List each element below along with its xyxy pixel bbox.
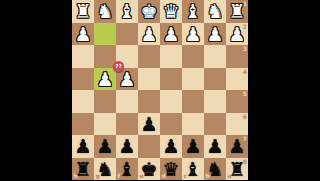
square-f6[interactable] [116, 113, 138, 136]
file-label-a: a [228, 173, 232, 179]
letterbox-left [0, 0, 72, 180]
white-rook[interactable]: ♜ [72, 0, 94, 23]
white-knight[interactable]: ♞ [204, 0, 226, 23]
square-c6[interactable] [182, 113, 204, 136]
square-a7[interactable]: ♟7 [226, 135, 248, 158]
blunder-annotation-badge: ?? [113, 61, 124, 72]
square-e6[interactable]: ♟ [138, 113, 160, 136]
square-b4[interactable] [204, 68, 226, 91]
white-knight[interactable]: ♞ [94, 0, 116, 23]
square-d4[interactable] [160, 68, 182, 91]
white-king[interactable]: ♚ [138, 0, 160, 23]
black-pawn[interactable]: ♟ [182, 135, 204, 158]
white-pawn[interactable]: ♟ [182, 23, 204, 46]
black-pawn[interactable]: ♟ [138, 113, 160, 136]
square-c8[interactable]: ♝c [182, 158, 204, 181]
square-b8[interactable]: ♞b [204, 158, 226, 181]
square-f1[interactable]: ♝ [116, 0, 138, 23]
square-g2[interactable] [94, 23, 116, 46]
white-pawn[interactable]: ♟ [72, 23, 94, 46]
square-e4[interactable] [138, 68, 160, 91]
square-b5[interactable] [204, 90, 226, 113]
file-label-h: h [74, 173, 78, 179]
chess-board[interactable]: ?? ♜♞♝♚♛♝♞♜1♟♟♟♟♟♟23♟♟45♟6♟♟♟♟♟♟♟7♜h♞g♝f… [72, 0, 248, 180]
square-b6[interactable] [204, 113, 226, 136]
square-e3[interactable] [138, 45, 160, 68]
square-d2[interactable]: ♟ [160, 23, 182, 46]
file-label-b: b [206, 173, 210, 179]
square-a3[interactable]: 3 [226, 45, 248, 68]
square-b3[interactable] [204, 45, 226, 68]
square-a1[interactable]: ♜1 [226, 0, 248, 23]
letterbox-right [248, 0, 320, 180]
square-h7[interactable]: ♟ [72, 135, 94, 158]
file-label-c: c [184, 173, 188, 179]
square-c7[interactable]: ♟ [182, 135, 204, 158]
rank-label-1: 1 [243, 1, 247, 7]
black-pawn[interactable]: ♟ [116, 135, 138, 158]
square-e5[interactable] [138, 90, 160, 113]
black-pawn[interactable]: ♟ [160, 135, 182, 158]
black-pawn[interactable]: ♟ [204, 135, 226, 158]
square-g5[interactable] [94, 90, 116, 113]
rank-label-5: 5 [243, 91, 247, 97]
square-g7[interactable]: ♟ [94, 135, 116, 158]
file-label-e: e [140, 173, 144, 179]
square-c4[interactable] [182, 68, 204, 91]
square-c1[interactable]: ♝ [182, 0, 204, 23]
square-c2[interactable]: ♟ [182, 23, 204, 46]
square-d1[interactable]: ♛ [160, 0, 182, 23]
square-g4[interactable]: ♟ [94, 68, 116, 91]
square-h5[interactable] [72, 90, 94, 113]
white-bishop[interactable]: ♝ [182, 0, 204, 23]
square-g8[interactable]: ♞g [94, 158, 116, 181]
square-a6[interactable]: 6 [226, 113, 248, 136]
square-h2[interactable]: ♟ [72, 23, 94, 46]
square-a5[interactable]: 5 [226, 90, 248, 113]
square-f7[interactable]: ♟ [116, 135, 138, 158]
square-c3[interactable] [182, 45, 204, 68]
rank-label-8: 8 [243, 159, 247, 165]
square-c5[interactable] [182, 90, 204, 113]
square-d3[interactable] [160, 45, 182, 68]
rank-label-2: 2 [243, 24, 247, 30]
rank-label-4: 4 [243, 69, 247, 75]
square-e7[interactable] [138, 135, 160, 158]
white-queen[interactable]: ♛ [160, 0, 182, 23]
white-pawn[interactable]: ♟ [138, 23, 160, 46]
square-e1[interactable]: ♚ [138, 0, 160, 23]
rank-label-3: 3 [243, 46, 247, 52]
file-label-d: d [162, 173, 166, 179]
square-h1[interactable]: ♜ [72, 0, 94, 23]
black-pawn[interactable]: ♟ [94, 135, 116, 158]
square-f2[interactable] [116, 23, 138, 46]
square-d5[interactable] [160, 90, 182, 113]
square-g1[interactable]: ♞ [94, 0, 116, 23]
square-b2[interactable]: ♟ [204, 23, 226, 46]
square-d7[interactable]: ♟ [160, 135, 182, 158]
rank-label-7: 7 [243, 136, 247, 142]
white-bishop[interactable]: ♝ [116, 0, 138, 23]
rank-label-6: 6 [243, 114, 247, 120]
square-h6[interactable] [72, 113, 94, 136]
white-pawn[interactable]: ♟ [94, 68, 116, 91]
square-h4[interactable] [72, 68, 94, 91]
file-label-f: f [118, 173, 121, 179]
square-e8[interactable]: ♚e [138, 158, 160, 181]
square-d6[interactable] [160, 113, 182, 136]
square-a4[interactable]: 4 [226, 68, 248, 91]
white-pawn[interactable]: ♟ [160, 23, 182, 46]
square-g6[interactable] [94, 113, 116, 136]
square-d8[interactable]: ♛d [160, 158, 182, 181]
square-a2[interactable]: ♟2 [226, 23, 248, 46]
video-frame: ?? ♜♞♝♚♛♝♞♜1♟♟♟♟♟♟23♟♟45♟6♟♟♟♟♟♟♟7♜h♞g♝f… [0, 0, 320, 180]
file-label-g: g [96, 173, 100, 179]
square-b7[interactable]: ♟ [204, 135, 226, 158]
square-h3[interactable] [72, 45, 94, 68]
square-a8[interactable]: ♜8a [226, 158, 248, 181]
square-h8[interactable]: ♜h [72, 158, 94, 181]
square-e2[interactable]: ♟ [138, 23, 160, 46]
black-pawn[interactable]: ♟ [72, 135, 94, 158]
square-b1[interactable]: ♞ [204, 0, 226, 23]
square-f5[interactable] [116, 90, 138, 113]
square-f8[interactable]: ♝f [116, 158, 138, 181]
white-pawn[interactable]: ♟ [204, 23, 226, 46]
